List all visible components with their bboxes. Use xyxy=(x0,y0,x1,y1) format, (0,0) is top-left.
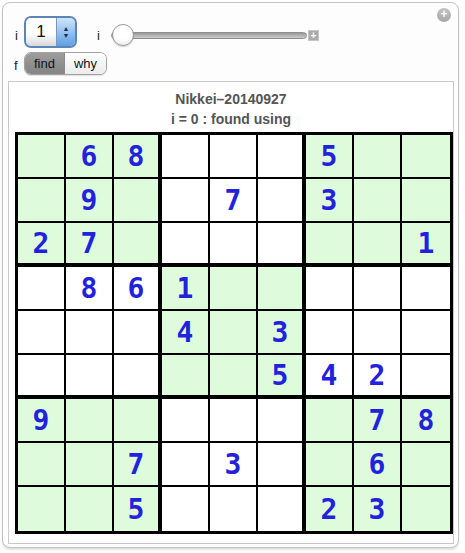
sudoku-cell-r1c4 xyxy=(162,135,210,179)
sudoku-cell-r4c6 xyxy=(258,267,306,311)
sudoku-cell-r3c7 xyxy=(306,223,354,267)
sudoku-cell-r9c4 xyxy=(162,487,210,531)
sudoku-cell-r5c2 xyxy=(66,311,114,355)
sudoku-cell-r7c8: 7 xyxy=(354,399,402,443)
sudoku-cell-r4c1 xyxy=(18,267,66,311)
sudoku-cell-r7c6 xyxy=(258,399,306,443)
sudoku-cell-r3c8 xyxy=(354,223,402,267)
sudoku-cell-r8c9 xyxy=(402,443,450,487)
sudoku-cell-r3c9: 1 xyxy=(402,223,450,267)
slider-label: i xyxy=(97,28,100,43)
setter-label: f xyxy=(14,58,18,73)
sudoku-cell-r8c5: 3 xyxy=(210,443,258,487)
sudoku-cell-r6c8: 2 xyxy=(354,355,402,399)
sudoku-cell-r7c1: 9 xyxy=(18,399,66,443)
sudoku-cell-r6c1 xyxy=(18,355,66,399)
puzzle-title: Nikkei–20140927 xyxy=(9,91,453,107)
sudoku-cell-r6c7: 4 xyxy=(306,355,354,399)
sudoku-cell-r4c8 xyxy=(354,267,402,311)
sudoku-cell-r9c8: 3 xyxy=(354,487,402,531)
sudoku-cell-r3c5 xyxy=(210,223,258,267)
sudoku-cell-r6c2 xyxy=(66,355,114,399)
sudoku-cell-r1c8 xyxy=(354,135,402,179)
stepper-up-icon[interactable]: ▲ xyxy=(63,25,70,32)
sudoku-cell-r2c6 xyxy=(258,179,306,223)
sudoku-cell-r1c7: 5 xyxy=(306,135,354,179)
sudoku-cell-r8c3: 7 xyxy=(114,443,162,487)
slider-expand-icon[interactable]: + xyxy=(308,30,319,41)
sudoku-cell-r6c3 xyxy=(114,355,162,399)
sudoku-cell-r7c7 xyxy=(306,399,354,443)
paste-plus-icon[interactable]: + xyxy=(437,8,451,22)
sudoku-cell-r5c7 xyxy=(306,311,354,355)
sudoku-cell-r4c7 xyxy=(306,267,354,311)
stepper-down-icon[interactable]: ▼ xyxy=(63,32,70,39)
setter-option-why[interactable]: why xyxy=(65,53,106,74)
sudoku-cell-r4c3: 6 xyxy=(114,267,162,311)
stepper-value: 1 xyxy=(26,18,56,46)
sudoku-cell-r3c2: 7 xyxy=(66,223,114,267)
sudoku-cell-r8c1 xyxy=(18,443,66,487)
f-setter-bar: find why xyxy=(24,52,107,75)
sudoku-cell-r3c3 xyxy=(114,223,162,267)
sudoku-cell-r2c1 xyxy=(18,179,66,223)
sudoku-cell-r4c5 xyxy=(210,267,258,311)
sudoku-cell-r9c7: 2 xyxy=(306,487,354,531)
display-panel: Nikkei–20140927 i = 0 : found using 6859… xyxy=(8,81,454,544)
sudoku-cell-r1c2: 6 xyxy=(66,135,114,179)
sudoku-cell-r8c2 xyxy=(66,443,114,487)
sudoku-cell-r2c3 xyxy=(114,179,162,223)
i-slider-thumb[interactable] xyxy=(112,24,134,46)
sudoku-cell-r9c6 xyxy=(258,487,306,531)
sudoku-cell-r8c4 xyxy=(162,443,210,487)
sudoku-cell-r5c9 xyxy=(402,311,450,355)
sudoku-cell-r7c3 xyxy=(114,399,162,443)
sudoku-cell-r4c2: 8 xyxy=(66,267,114,311)
i-stepper[interactable]: 1 ▲ ▼ xyxy=(24,16,77,48)
sudoku-cell-r7c2 xyxy=(66,399,114,443)
sudoku-cell-r9c1 xyxy=(18,487,66,531)
sudoku-cell-r4c9 xyxy=(402,267,450,311)
sudoku-cell-r1c5 xyxy=(210,135,258,179)
sudoku-board: 68597327186143542978736523 xyxy=(15,132,453,534)
sudoku-cell-r2c5: 7 xyxy=(210,179,258,223)
sudoku-cell-r2c8 xyxy=(354,179,402,223)
manipulate-frame: + i 1 ▲ ▼ i + f find why Nikkei–20140927… xyxy=(2,2,459,548)
setter-option-find[interactable]: find xyxy=(25,53,65,74)
sudoku-cell-r3c4 xyxy=(162,223,210,267)
puzzle-subtitle: i = 0 : found using xyxy=(9,111,453,127)
sudoku-cell-r9c3: 5 xyxy=(114,487,162,531)
sudoku-cell-r7c9: 8 xyxy=(402,399,450,443)
stepper-label: i xyxy=(15,28,18,43)
sudoku-cell-r5c6: 3 xyxy=(258,311,306,355)
sudoku-cell-r1c3: 8 xyxy=(114,135,162,179)
sudoku-cell-r8c6 xyxy=(258,443,306,487)
sudoku-cell-r2c4 xyxy=(162,179,210,223)
sudoku-cell-r1c6 xyxy=(258,135,306,179)
sudoku-cell-r6c4 xyxy=(162,355,210,399)
sudoku-cell-r2c2: 9 xyxy=(66,179,114,223)
sudoku-cell-r7c5 xyxy=(210,399,258,443)
sudoku-cell-r5c5 xyxy=(210,311,258,355)
sudoku-cell-r3c6 xyxy=(258,223,306,267)
sudoku-cell-r6c5 xyxy=(210,355,258,399)
sudoku-cell-r5c4: 4 xyxy=(162,311,210,355)
sudoku-cell-r6c9 xyxy=(402,355,450,399)
sudoku-cell-r1c9 xyxy=(402,135,450,179)
sudoku-cell-r7c4 xyxy=(162,399,210,443)
sudoku-cell-r2c9 xyxy=(402,179,450,223)
sudoku-cell-r8c7 xyxy=(306,443,354,487)
sudoku-cell-r3c1: 2 xyxy=(18,223,66,267)
sudoku-cell-r8c8: 6 xyxy=(354,443,402,487)
sudoku-cell-r4c4: 1 xyxy=(162,267,210,311)
sudoku-cell-r1c1 xyxy=(18,135,66,179)
sudoku-cell-r5c8 xyxy=(354,311,402,355)
sudoku-cell-r9c5 xyxy=(210,487,258,531)
sudoku-cell-r5c1 xyxy=(18,311,66,355)
sudoku-cell-r6c6: 5 xyxy=(258,355,306,399)
sudoku-cell-r2c7: 3 xyxy=(306,179,354,223)
sudoku-cell-r9c2 xyxy=(66,487,114,531)
sudoku-cell-r9c9 xyxy=(402,487,450,531)
i-slider-track[interactable] xyxy=(111,32,307,39)
sudoku-cell-r5c3 xyxy=(114,311,162,355)
stepper-arrows[interactable]: ▲ ▼ xyxy=(56,18,75,46)
